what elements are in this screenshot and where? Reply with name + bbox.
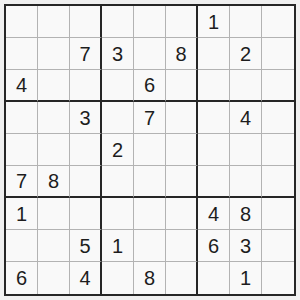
cell-r8c1[interactable] xyxy=(6,230,38,262)
cell-r7c7[interactable]: 4 xyxy=(198,198,230,230)
cell-r7c5[interactable] xyxy=(134,198,166,230)
cell-r4c9[interactable] xyxy=(262,102,294,134)
cell-r1c9[interactable] xyxy=(262,6,294,38)
cell-r5c3[interactable] xyxy=(70,134,102,166)
cell-r1c3[interactable] xyxy=(70,6,102,38)
cell-r1c5[interactable] xyxy=(134,6,166,38)
cell-r6c7[interactable] xyxy=(198,166,230,198)
cell-r6c4[interactable] xyxy=(102,166,134,198)
cell-r5c4[interactable]: 2 xyxy=(102,134,134,166)
cell-r3c1[interactable]: 4 xyxy=(6,70,38,102)
cell-r5c9[interactable] xyxy=(262,134,294,166)
cell-r2c4[interactable]: 3 xyxy=(102,38,134,70)
cell-r5c6[interactable] xyxy=(166,134,198,166)
cell-r3c5[interactable]: 6 xyxy=(134,70,166,102)
cell-r2c7[interactable] xyxy=(198,38,230,70)
cell-r2c1[interactable] xyxy=(6,38,38,70)
cell-r8c5[interactable] xyxy=(134,230,166,262)
cell-r3c8[interactable] xyxy=(230,70,262,102)
cell-r4c5[interactable]: 7 xyxy=(134,102,166,134)
cell-r1c8[interactable] xyxy=(230,6,262,38)
cell-r5c2[interactable] xyxy=(38,134,70,166)
cell-r1c4[interactable] xyxy=(102,6,134,38)
cell-r4c3[interactable]: 3 xyxy=(70,102,102,134)
cell-r9c8[interactable]: 1 xyxy=(230,262,262,294)
cell-r6c8[interactable] xyxy=(230,166,262,198)
cell-r1c7[interactable]: 1 xyxy=(198,6,230,38)
cell-r8c8[interactable]: 3 xyxy=(230,230,262,262)
cell-r3c4[interactable] xyxy=(102,70,134,102)
cell-r9c9[interactable] xyxy=(262,262,294,294)
cell-r5c1[interactable] xyxy=(6,134,38,166)
cell-r8c9[interactable] xyxy=(262,230,294,262)
cell-r4c7[interactable] xyxy=(198,102,230,134)
sudoku-board: 173824637427814851636481 xyxy=(4,4,296,296)
cell-r5c8[interactable] xyxy=(230,134,262,166)
cell-r6c5[interactable] xyxy=(134,166,166,198)
cell-r2c2[interactable] xyxy=(38,38,70,70)
cell-r7c8[interactable]: 8 xyxy=(230,198,262,230)
cell-r2c5[interactable] xyxy=(134,38,166,70)
cell-r2c6[interactable]: 8 xyxy=(166,38,198,70)
cell-r9c6[interactable] xyxy=(166,262,198,294)
cell-r6c3[interactable] xyxy=(70,166,102,198)
cell-r9c5[interactable]: 8 xyxy=(134,262,166,294)
cell-r5c7[interactable] xyxy=(198,134,230,166)
cell-r6c6[interactable] xyxy=(166,166,198,198)
cell-r7c4[interactable] xyxy=(102,198,134,230)
cell-r6c9[interactable] xyxy=(262,166,294,198)
cell-r3c6[interactable] xyxy=(166,70,198,102)
cell-r7c1[interactable]: 1 xyxy=(6,198,38,230)
cell-r2c3[interactable]: 7 xyxy=(70,38,102,70)
cell-r8c7[interactable]: 6 xyxy=(198,230,230,262)
cell-r2c9[interactable] xyxy=(262,38,294,70)
cell-r3c9[interactable] xyxy=(262,70,294,102)
cell-r8c6[interactable] xyxy=(166,230,198,262)
cell-r8c4[interactable]: 1 xyxy=(102,230,134,262)
cell-r4c8[interactable]: 4 xyxy=(230,102,262,134)
cell-r6c2[interactable]: 8 xyxy=(38,166,70,198)
cell-r7c2[interactable] xyxy=(38,198,70,230)
cell-r8c3[interactable]: 5 xyxy=(70,230,102,262)
cell-r4c6[interactable] xyxy=(166,102,198,134)
cell-r1c6[interactable] xyxy=(166,6,198,38)
cell-r7c3[interactable] xyxy=(70,198,102,230)
cell-r3c7[interactable] xyxy=(198,70,230,102)
cell-r4c4[interactable] xyxy=(102,102,134,134)
cell-r9c3[interactable]: 4 xyxy=(70,262,102,294)
cell-r8c2[interactable] xyxy=(38,230,70,262)
cell-r6c1[interactable]: 7 xyxy=(6,166,38,198)
cell-r7c9[interactable] xyxy=(262,198,294,230)
cell-r9c4[interactable] xyxy=(102,262,134,294)
cell-r3c2[interactable] xyxy=(38,70,70,102)
cell-r2c8[interactable]: 2 xyxy=(230,38,262,70)
cell-r1c1[interactable] xyxy=(6,6,38,38)
cell-r7c6[interactable] xyxy=(166,198,198,230)
cell-r5c5[interactable] xyxy=(134,134,166,166)
cell-r4c2[interactable] xyxy=(38,102,70,134)
cell-r3c3[interactable] xyxy=(70,70,102,102)
cell-r4c1[interactable] xyxy=(6,102,38,134)
cell-r9c2[interactable] xyxy=(38,262,70,294)
cell-r9c7[interactable] xyxy=(198,262,230,294)
cell-r1c2[interactable] xyxy=(38,6,70,38)
cell-r9c1[interactable]: 6 xyxy=(6,262,38,294)
